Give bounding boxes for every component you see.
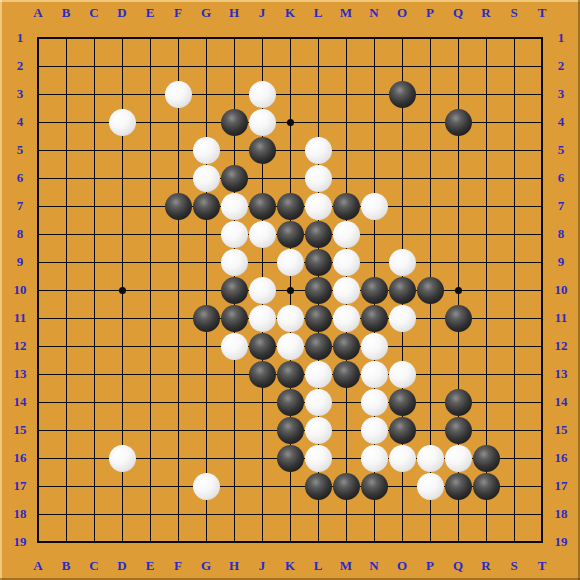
column-label-top: Q (444, 4, 472, 22)
column-label-bottom: T (528, 557, 556, 575)
white-stone-O13 (389, 361, 416, 388)
star-point (287, 119, 294, 126)
black-stone-Q11 (445, 305, 472, 332)
column-label-top: P (416, 4, 444, 22)
white-stone-L6 (305, 165, 332, 192)
star-point (455, 287, 462, 294)
column-label-top: G (192, 4, 220, 22)
column-label-top: A (24, 4, 52, 22)
column-label-bottom: R (472, 557, 500, 575)
column-label-top: D (108, 4, 136, 22)
column-label-bottom: S (500, 557, 528, 575)
column-label-bottom: L (304, 557, 332, 575)
black-stone-Q15 (445, 417, 472, 444)
black-stone-O10 (389, 277, 416, 304)
black-stone-Q14 (445, 389, 472, 416)
column-label-bottom: N (360, 557, 388, 575)
white-stone-L15 (305, 417, 332, 444)
row-label-right: 11 (547, 309, 575, 327)
black-stone-N11 (361, 305, 388, 332)
column-label-bottom: A (24, 557, 52, 575)
white-stone-L14 (305, 389, 332, 416)
column-label-bottom: P (416, 557, 444, 575)
column-label-top: K (276, 4, 304, 22)
white-stone-H12 (221, 333, 248, 360)
column-label-bottom: F (164, 557, 192, 575)
star-point (119, 287, 126, 294)
row-label-left: 17 (6, 477, 34, 495)
row-label-left: 19 (6, 533, 34, 551)
row-label-left: 10 (6, 281, 34, 299)
white-stone-K12 (277, 333, 304, 360)
black-stone-L11 (305, 305, 332, 332)
row-label-right: 18 (547, 505, 575, 523)
column-label-top: E (136, 4, 164, 22)
column-label-bottom: K (276, 557, 304, 575)
white-stone-L13 (305, 361, 332, 388)
row-label-left: 5 (6, 141, 34, 159)
white-stone-L7 (305, 193, 332, 220)
white-stone-M10 (333, 277, 360, 304)
black-stone-L8 (305, 221, 332, 248)
window-bevel-left (0, 0, 2, 580)
row-label-left: 9 (6, 253, 34, 271)
black-stone-O14 (389, 389, 416, 416)
white-stone-P16 (417, 445, 444, 472)
column-label-top: O (388, 4, 416, 22)
white-stone-K9 (277, 249, 304, 276)
white-stone-G5 (193, 137, 220, 164)
row-label-left: 2 (6, 57, 34, 75)
white-stone-N12 (361, 333, 388, 360)
white-stone-M9 (333, 249, 360, 276)
column-label-bottom: H (220, 557, 248, 575)
white-stone-O11 (389, 305, 416, 332)
black-stone-H11 (221, 305, 248, 332)
row-label-right: 19 (547, 533, 575, 551)
column-label-bottom: E (136, 557, 164, 575)
row-label-right: 5 (547, 141, 575, 159)
row-label-left: 8 (6, 225, 34, 243)
column-label-top: J (248, 4, 276, 22)
row-label-right: 4 (547, 113, 575, 131)
white-stone-O16 (389, 445, 416, 472)
black-stone-R17 (473, 473, 500, 500)
row-label-right: 10 (547, 281, 575, 299)
row-label-left: 4 (6, 113, 34, 131)
white-stone-G6 (193, 165, 220, 192)
column-label-top: R (472, 4, 500, 22)
white-stone-N16 (361, 445, 388, 472)
column-label-top: M (332, 4, 360, 22)
white-stone-G17 (193, 473, 220, 500)
black-stone-K16 (277, 445, 304, 472)
row-label-right: 14 (547, 393, 575, 411)
row-label-left: 1 (6, 29, 34, 47)
black-stone-K14 (277, 389, 304, 416)
white-stone-Q16 (445, 445, 472, 472)
white-stone-F3 (165, 81, 192, 108)
black-stone-J12 (249, 333, 276, 360)
column-label-bottom: C (80, 557, 108, 575)
black-stone-L10 (305, 277, 332, 304)
row-label-left: 16 (6, 449, 34, 467)
row-label-right: 1 (547, 29, 575, 47)
black-stone-O15 (389, 417, 416, 444)
row-label-right: 15 (547, 421, 575, 439)
column-label-bottom: M (332, 557, 360, 575)
white-stone-H9 (221, 249, 248, 276)
white-stone-J11 (249, 305, 276, 332)
black-stone-L12 (305, 333, 332, 360)
column-label-top: F (164, 4, 192, 22)
black-stone-P10 (417, 277, 444, 304)
black-stone-M7 (333, 193, 360, 220)
black-stone-G11 (193, 305, 220, 332)
white-stone-J3 (249, 81, 276, 108)
white-stone-N14 (361, 389, 388, 416)
star-point (287, 287, 294, 294)
black-stone-G7 (193, 193, 220, 220)
column-label-bottom: Q (444, 557, 472, 575)
column-label-bottom: D (108, 557, 136, 575)
black-stone-J13 (249, 361, 276, 388)
black-stone-M13 (333, 361, 360, 388)
column-label-bottom: G (192, 557, 220, 575)
white-stone-N13 (361, 361, 388, 388)
column-label-top: S (500, 4, 528, 22)
white-stone-J8 (249, 221, 276, 248)
column-label-bottom: B (52, 557, 80, 575)
row-label-left: 13 (6, 365, 34, 383)
black-stone-O3 (389, 81, 416, 108)
white-stone-L5 (305, 137, 332, 164)
window-bevel-top (0, 0, 580, 2)
column-label-top: L (304, 4, 332, 22)
column-label-top: B (52, 4, 80, 22)
go-board-window: AABBCCDDEEFFGGHHJJKKLLMMNNOOPPQQRRSSTT11… (0, 0, 580, 580)
row-label-left: 6 (6, 169, 34, 187)
white-stone-P17 (417, 473, 444, 500)
white-stone-D4 (109, 109, 136, 136)
black-stone-F7 (165, 193, 192, 220)
black-stone-M12 (333, 333, 360, 360)
row-label-left: 12 (6, 337, 34, 355)
white-stone-L16 (305, 445, 332, 472)
black-stone-K13 (277, 361, 304, 388)
column-label-bottom: J (248, 557, 276, 575)
row-label-left: 3 (6, 85, 34, 103)
black-stone-Q4 (445, 109, 472, 136)
row-label-right: 3 (547, 85, 575, 103)
white-stone-H7 (221, 193, 248, 220)
white-stone-N7 (361, 193, 388, 220)
row-label-right: 6 (547, 169, 575, 187)
row-label-right: 12 (547, 337, 575, 355)
black-stone-M17 (333, 473, 360, 500)
white-stone-O9 (389, 249, 416, 276)
white-stone-M11 (333, 305, 360, 332)
black-stone-H10 (221, 277, 248, 304)
black-stone-Q17 (445, 473, 472, 500)
row-label-right: 17 (547, 477, 575, 495)
black-stone-R16 (473, 445, 500, 472)
white-stone-N15 (361, 417, 388, 444)
black-stone-K15 (277, 417, 304, 444)
black-stone-J7 (249, 193, 276, 220)
white-stone-J10 (249, 277, 276, 304)
column-label-top: C (80, 4, 108, 22)
black-stone-J5 (249, 137, 276, 164)
black-stone-K8 (277, 221, 304, 248)
black-stone-N17 (361, 473, 388, 500)
white-stone-K11 (277, 305, 304, 332)
black-stone-L17 (305, 473, 332, 500)
row-label-left: 15 (6, 421, 34, 439)
black-stone-K7 (277, 193, 304, 220)
row-label-left: 14 (6, 393, 34, 411)
row-label-left: 7 (6, 197, 34, 215)
black-stone-H4 (221, 109, 248, 136)
row-label-right: 13 (547, 365, 575, 383)
row-label-right: 16 (547, 449, 575, 467)
column-label-bottom: O (388, 557, 416, 575)
row-label-left: 11 (6, 309, 34, 327)
row-label-right: 8 (547, 225, 575, 243)
column-label-top: N (360, 4, 388, 22)
white-stone-H8 (221, 221, 248, 248)
white-stone-J4 (249, 109, 276, 136)
black-stone-L9 (305, 249, 332, 276)
row-label-right: 2 (547, 57, 575, 75)
column-label-top: H (220, 4, 248, 22)
black-stone-H6 (221, 165, 248, 192)
white-stone-M8 (333, 221, 360, 248)
column-label-top: T (528, 4, 556, 22)
black-stone-N10 (361, 277, 388, 304)
row-label-left: 18 (6, 505, 34, 523)
row-label-right: 7 (547, 197, 575, 215)
white-stone-D16 (109, 445, 136, 472)
row-label-right: 9 (547, 253, 575, 271)
